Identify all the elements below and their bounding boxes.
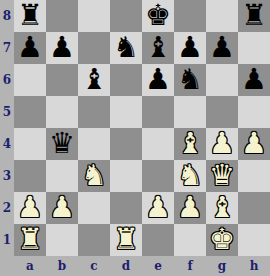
square-d4[interactable]: [110, 128, 142, 160]
square-e6[interactable]: ♟: [142, 64, 174, 96]
square-a2[interactable]: ♟: [14, 192, 46, 224]
square-g4[interactable]: ♟: [206, 128, 238, 160]
rank-labels: 87654321: [0, 0, 14, 256]
piece-white-pawn[interactable]: ♟: [177, 193, 203, 222]
piece-white-pawn[interactable]: ♟: [17, 193, 43, 222]
square-h7[interactable]: [238, 32, 270, 64]
square-a4[interactable]: [14, 128, 46, 160]
square-f2[interactable]: ♟: [174, 192, 206, 224]
piece-white-bishop[interactable]: ♝: [177, 129, 203, 158]
square-c1[interactable]: [78, 224, 110, 256]
rank-label-2: 2: [0, 192, 14, 224]
rank-label-6: 6: [0, 64, 14, 96]
square-c2[interactable]: [78, 192, 110, 224]
square-f3[interactable]: ♞: [174, 160, 206, 192]
piece-black-bishop[interactable]: ♝: [81, 65, 107, 94]
square-f4[interactable]: ♝: [174, 128, 206, 160]
square-d3[interactable]: [110, 160, 142, 192]
square-d6[interactable]: [110, 64, 142, 96]
square-f1[interactable]: [174, 224, 206, 256]
square-b5[interactable]: [46, 96, 78, 128]
file-label-g: g: [206, 256, 238, 276]
piece-black-queen[interactable]: ♛: [49, 129, 75, 158]
square-g6[interactable]: [206, 64, 238, 96]
square-d1[interactable]: ♜: [110, 224, 142, 256]
square-d8[interactable]: [110, 0, 142, 32]
square-f8[interactable]: [174, 0, 206, 32]
square-e4[interactable]: [142, 128, 174, 160]
piece-black-pawn[interactable]: ♟: [145, 65, 171, 94]
piece-white-knight[interactable]: ♞: [177, 161, 203, 190]
square-c4[interactable]: [78, 128, 110, 160]
piece-black-pawn[interactable]: ♟: [49, 33, 75, 62]
file-labels: abcdefgh: [14, 256, 270, 276]
rank-label-5: 5: [0, 96, 14, 128]
piece-white-pawn[interactable]: ♟: [49, 193, 75, 222]
file-label-h: h: [238, 256, 270, 276]
square-g3[interactable]: ♛: [206, 160, 238, 192]
piece-black-pawn[interactable]: ♟: [241, 65, 267, 94]
piece-black-rook[interactable]: ♜: [241, 1, 267, 30]
file-label-b: b: [46, 256, 78, 276]
piece-white-pawn[interactable]: ♟: [209, 129, 235, 158]
square-h4[interactable]: ♟: [238, 128, 270, 160]
rank-label-4: 4: [0, 128, 14, 160]
square-b4[interactable]: ♛: [46, 128, 78, 160]
file-label-f: f: [174, 256, 206, 276]
square-e5[interactable]: [142, 96, 174, 128]
square-b1[interactable]: [46, 224, 78, 256]
piece-white-queen[interactable]: ♛: [209, 161, 235, 190]
square-b6[interactable]: [46, 64, 78, 96]
square-a7[interactable]: ♟: [14, 32, 46, 64]
square-g7[interactable]: ♟: [206, 32, 238, 64]
piece-white-pawn[interactable]: ♟: [145, 193, 171, 222]
square-b2[interactable]: ♟: [46, 192, 78, 224]
square-c6[interactable]: ♝: [78, 64, 110, 96]
square-d2[interactable]: [110, 192, 142, 224]
file-label-e: e: [142, 256, 174, 276]
square-e7[interactable]: ♝: [142, 32, 174, 64]
square-a6[interactable]: [14, 64, 46, 96]
square-f7[interactable]: ♟: [174, 32, 206, 64]
chess-diagram: 87654321 ♜♚♜♟♟♞♝♟♟♝♟♞♟♛♝♟♟♞♞♛♟♟♟♟♝♜♜♚ ab…: [0, 0, 270, 276]
square-g2[interactable]: ♝: [206, 192, 238, 224]
piece-white-rook[interactable]: ♜: [113, 225, 139, 254]
square-g8[interactable]: [206, 0, 238, 32]
square-e2[interactable]: ♟: [142, 192, 174, 224]
rank-label-8: 8: [0, 0, 14, 32]
square-e8[interactable]: ♚: [142, 0, 174, 32]
file-label-d: d: [110, 256, 142, 276]
square-d5[interactable]: [110, 96, 142, 128]
square-h2[interactable]: [238, 192, 270, 224]
square-a5[interactable]: [14, 96, 46, 128]
piece-black-rook[interactable]: ♜: [17, 1, 43, 30]
square-c7[interactable]: [78, 32, 110, 64]
square-c3[interactable]: ♞: [78, 160, 110, 192]
piece-black-bishop[interactable]: ♝: [145, 33, 171, 62]
square-a3[interactable]: [14, 160, 46, 192]
file-label-a: a: [14, 256, 46, 276]
square-a1[interactable]: ♜: [14, 224, 46, 256]
rank-label-3: 3: [0, 160, 14, 192]
square-h3[interactable]: [238, 160, 270, 192]
piece-black-pawn[interactable]: ♟: [177, 33, 203, 62]
square-a8[interactable]: ♜: [14, 0, 46, 32]
chess-board: ♜♚♜♟♟♞♝♟♟♝♟♞♟♛♝♟♟♞♞♛♟♟♟♟♝♜♜♚: [14, 0, 270, 256]
piece-white-bishop[interactable]: ♝: [209, 193, 235, 222]
square-f5[interactable]: [174, 96, 206, 128]
square-h1[interactable]: [238, 224, 270, 256]
piece-white-king[interactable]: ♚: [209, 225, 235, 254]
square-c5[interactable]: [78, 96, 110, 128]
piece-white-rook[interactable]: ♜: [17, 225, 43, 254]
piece-white-pawn[interactable]: ♟: [241, 129, 267, 158]
square-h6[interactable]: ♟: [238, 64, 270, 96]
square-b7[interactable]: ♟: [46, 32, 78, 64]
square-d7[interactable]: ♞: [110, 32, 142, 64]
piece-black-knight[interactable]: ♞: [177, 65, 203, 94]
square-h8[interactable]: ♜: [238, 0, 270, 32]
square-g1[interactable]: ♚: [206, 224, 238, 256]
piece-black-pawn[interactable]: ♟: [17, 33, 43, 62]
piece-black-king[interactable]: ♚: [145, 1, 171, 30]
rank-label-7: 7: [0, 32, 14, 64]
file-label-c: c: [78, 256, 110, 276]
piece-white-knight[interactable]: ♞: [81, 161, 107, 190]
piece-black-pawn[interactable]: ♟: [209, 33, 235, 62]
square-g5[interactable]: [206, 96, 238, 128]
square-b3[interactable]: [46, 160, 78, 192]
square-c8[interactable]: [78, 0, 110, 32]
square-e1[interactable]: [142, 224, 174, 256]
square-e3[interactable]: [142, 160, 174, 192]
square-h5[interactable]: [238, 96, 270, 128]
square-b8[interactable]: [46, 0, 78, 32]
rank-label-1: 1: [0, 224, 14, 256]
square-f6[interactable]: ♞: [174, 64, 206, 96]
piece-black-knight[interactable]: ♞: [113, 33, 139, 62]
